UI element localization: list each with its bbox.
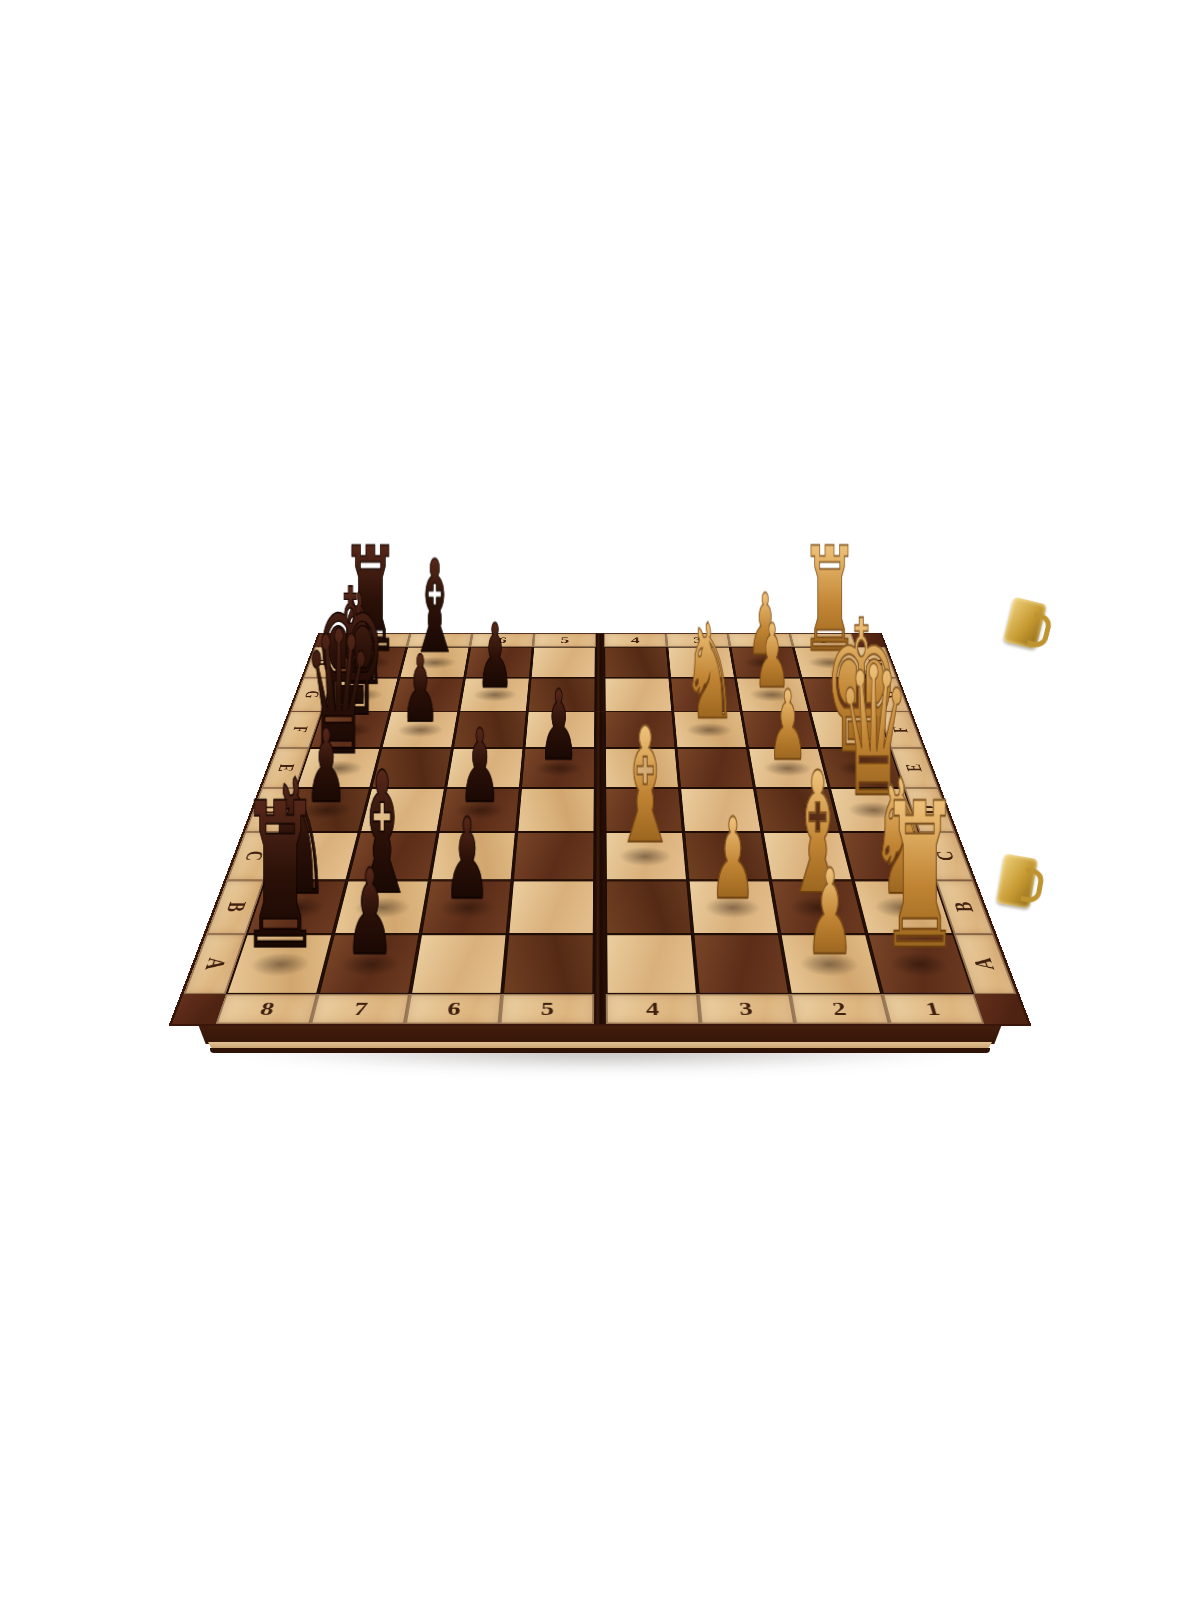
coordinate-label: 3 bbox=[738, 1000, 754, 1018]
fold-seam bbox=[595, 788, 605, 832]
piece-glyph: ♟ bbox=[402, 644, 440, 736]
square-f3[interactable]: ♞ bbox=[673, 711, 748, 748]
piece-glyph: ♟ bbox=[539, 678, 578, 775]
rank-label-bottom: 2 bbox=[790, 994, 890, 1024]
piece-glyph: ♞ bbox=[683, 607, 737, 739]
coordinate-label: 5 bbox=[540, 1000, 554, 1018]
board-scene: 87654321H♜♝♟♜HG♞♟♟GF♚♟♞FE♛♟♟♚ED♟♟♛DC♝CB♞… bbox=[261, 454, 938, 1122]
piece-glyph: ♟ bbox=[710, 803, 756, 915]
piece-glyph: ♟ bbox=[806, 855, 854, 973]
fold-seam bbox=[595, 832, 605, 880]
coordinate-label: 1 bbox=[923, 1000, 942, 1018]
fold-seam bbox=[596, 711, 605, 748]
rank-label-bottom: 1 bbox=[882, 994, 984, 1024]
rank-label-bottom: 4 bbox=[606, 994, 701, 1024]
square-a6[interactable] bbox=[410, 934, 507, 994]
square-a4[interactable] bbox=[605, 934, 697, 994]
square-e5[interactable]: ♟ bbox=[520, 748, 595, 788]
square-b3[interactable]: ♟ bbox=[688, 880, 780, 934]
rank-label-bottom: 3 bbox=[698, 994, 795, 1024]
rank-label-bottom: 7 bbox=[310, 994, 410, 1024]
square-a8[interactable]: ♜ bbox=[226, 934, 334, 994]
coordinate-label: 4 bbox=[631, 636, 640, 644]
rank-label-top: 5 bbox=[533, 634, 596, 647]
square-c5[interactable] bbox=[512, 832, 595, 880]
square-b6[interactable]: ♟ bbox=[420, 880, 512, 934]
square-c4[interactable]: ♝ bbox=[605, 832, 688, 880]
chess-board: 87654321H♜♝♟♜HG♞♟♟GF♚♟♞FE♛♟♟♚ED♟♟♛DC♝CB♞… bbox=[172, 634, 1028, 1024]
rank-label-bottom: 8 bbox=[216, 994, 318, 1024]
square-a2[interactable]: ♟ bbox=[780, 934, 882, 994]
fold-seam-border bbox=[594, 994, 606, 1024]
square-b4[interactable] bbox=[605, 880, 692, 934]
coordinate-label: A bbox=[970, 957, 1000, 969]
rank-label-bottom: 6 bbox=[405, 994, 502, 1024]
rank-label-bottom: 5 bbox=[499, 994, 594, 1024]
square-h4[interactable] bbox=[604, 647, 670, 678]
piece-glyph: ♟ bbox=[346, 855, 394, 973]
fold-seam bbox=[596, 678, 605, 712]
square-b5[interactable] bbox=[507, 880, 594, 934]
piece-glyph: ♜ bbox=[239, 777, 321, 978]
brass-clasp-lower bbox=[996, 853, 1038, 908]
chess-board-grid: 87654321H♜♝♟♜HG♞♟♟GF♚♟♞FE♛♟♟♚ED♟♟♛DC♝CB♞… bbox=[172, 634, 1028, 1024]
chess-board-wrap: 87654321H♜♝♟♜HG♞♟♟GF♚♟♞FE♛♟♟♚ED♟♟♛DC♝CB♞… bbox=[261, 454, 938, 1122]
piece-glyph: ♟ bbox=[477, 612, 513, 700]
piece-glyph: ♟ bbox=[444, 803, 490, 915]
coordinate-label: 2 bbox=[831, 1000, 848, 1018]
coordinate-label: 7 bbox=[352, 1000, 369, 1018]
coordinate-label: A bbox=[201, 957, 231, 969]
square-a7[interactable]: ♟ bbox=[318, 934, 420, 994]
fold-seam bbox=[595, 748, 604, 788]
square-a1[interactable]: ♜ bbox=[867, 934, 975, 994]
coordinate-label: 8 bbox=[258, 1000, 277, 1018]
rank-label-top: 4 bbox=[604, 634, 667, 647]
square-d5[interactable] bbox=[517, 788, 596, 832]
square-a3[interactable] bbox=[693, 934, 790, 994]
fold-seam-border bbox=[596, 634, 604, 647]
fold-seam bbox=[595, 880, 606, 934]
piece-glyph: ♝ bbox=[613, 708, 678, 867]
coordinate-label: 4 bbox=[646, 1000, 660, 1018]
square-a5[interactable] bbox=[502, 934, 594, 994]
frame-corner bbox=[974, 994, 1028, 1024]
fold-seam bbox=[594, 934, 606, 994]
brass-clasp-upper bbox=[1003, 597, 1047, 650]
piece-glyph: ♜ bbox=[879, 777, 961, 978]
square-e3[interactable] bbox=[676, 748, 754, 788]
fold-seam bbox=[596, 647, 604, 678]
coordinate-label: 6 bbox=[446, 1000, 462, 1018]
coordinate-label: 5 bbox=[560, 636, 569, 644]
